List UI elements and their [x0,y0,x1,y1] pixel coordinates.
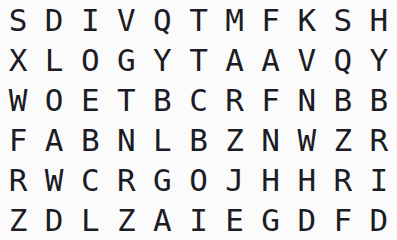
grid-cell-r5c11[interactable]: I [361,160,397,200]
grid-cell-r5c7[interactable]: J [217,160,253,200]
grid-cell-r2c1[interactable]: X [0,40,36,80]
grid-cell-r5c3[interactable]: C [72,160,108,200]
word-search-board: SDIVQTMFKSHXLOGYTAAVQYWOETBCRFNBBFABNLBZ… [0,0,397,240]
grid-cell-r6c5[interactable]: A [144,200,180,240]
grid-cell-r3c4[interactable]: T [108,80,144,120]
grid-cell-r2c9[interactable]: V [289,40,325,80]
grid-cell-r4c6[interactable]: B [180,120,216,160]
grid-cell-r6c1[interactable]: Z [0,200,36,240]
grid-cell-r5c6[interactable]: O [180,160,216,200]
grid-cell-r6c4[interactable]: Z [108,200,144,240]
grid-cell-r1c1[interactable]: S [0,0,36,40]
grid-cell-r4c2[interactable]: A [36,120,72,160]
grid-cell-r6c9[interactable]: D [289,200,325,240]
grid-cell-r3c1[interactable]: W [0,80,36,120]
grid-cell-r4c3[interactable]: B [72,120,108,160]
grid-cell-r1c11[interactable]: H [361,0,397,40]
grid-cell-r4c11[interactable]: R [361,120,397,160]
grid-cell-r3c7[interactable]: R [217,80,253,120]
grid-cell-r1c4[interactable]: V [108,0,144,40]
grid-cell-r6c6[interactable]: I [180,200,216,240]
grid-cell-r1c6[interactable]: T [180,0,216,40]
grid-cell-r6c10[interactable]: F [325,200,361,240]
grid-cell-r2c5[interactable]: Y [144,40,180,80]
grid-cell-r1c10[interactable]: S [325,0,361,40]
grid-cell-r3c5[interactable]: B [144,80,180,120]
grid-cell-r5c4[interactable]: R [108,160,144,200]
grid-cell-r1c7[interactable]: M [217,0,253,40]
grid-cell-r3c8[interactable]: F [253,80,289,120]
grid-cell-r1c3[interactable]: I [72,0,108,40]
grid-cell-r5c9[interactable]: H [289,160,325,200]
grid-cell-r5c8[interactable]: H [253,160,289,200]
grid-cell-r2c4[interactable]: G [108,40,144,80]
grid-cell-r1c2[interactable]: D [36,0,72,40]
grid-cell-r5c10[interactable]: R [325,160,361,200]
grid-cell-r4c1[interactable]: F [0,120,36,160]
grid-cell-r6c3[interactable]: L [72,200,108,240]
grid-cell-r4c8[interactable]: N [253,120,289,160]
grid-cell-r2c10[interactable]: Q [325,40,361,80]
grid-cell-r6c2[interactable]: D [36,200,72,240]
grid-cell-r2c7[interactable]: A [217,40,253,80]
grid-cell-r2c2[interactable]: L [36,40,72,80]
grid-cell-r5c2[interactable]: W [36,160,72,200]
grid-cell-r3c10[interactable]: B [325,80,361,120]
grid-cell-r6c11[interactable]: D [361,200,397,240]
grid-cell-r4c4[interactable]: N [108,120,144,160]
grid-cell-r2c3[interactable]: O [72,40,108,80]
grid-cell-r6c7[interactable]: E [217,200,253,240]
grid-cell-r3c9[interactable]: N [289,80,325,120]
grid-cell-r3c6[interactable]: C [180,80,216,120]
grid-cell-r3c2[interactable]: O [36,80,72,120]
grid-cell-r1c9[interactable]: K [289,0,325,40]
grid-cell-r3c3[interactable]: E [72,80,108,120]
grid-cell-r5c1[interactable]: R [0,160,36,200]
grid-cell-r3c11[interactable]: B [361,80,397,120]
grid-cell-r4c10[interactable]: Z [325,120,361,160]
grid-cell-r5c5[interactable]: G [144,160,180,200]
grid-cell-r4c9[interactable]: W [289,120,325,160]
grid-cell-r4c7[interactable]: Z [217,120,253,160]
grid-cell-r6c8[interactable]: G [253,200,289,240]
grid-cell-r4c5[interactable]: L [144,120,180,160]
grid-cell-r1c8[interactable]: F [253,0,289,40]
grid-cell-r1c5[interactable]: Q [144,0,180,40]
grid-cell-r2c11[interactable]: Y [361,40,397,80]
grid-cell-r2c8[interactable]: A [253,40,289,80]
grid-cell-r2c6[interactable]: T [180,40,216,80]
